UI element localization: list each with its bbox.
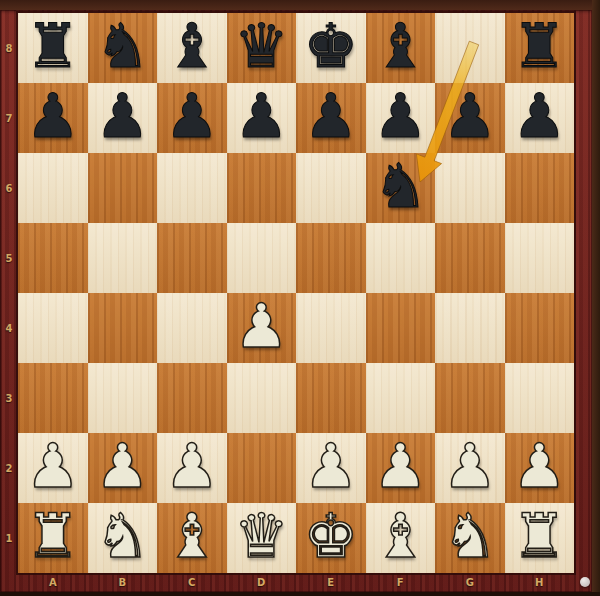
piece-white-bishop-c1[interactable]: ♝ [164, 501, 219, 571]
square-b1[interactable]: ♞ [88, 503, 158, 573]
square-a4[interactable] [18, 293, 88, 363]
square-h6[interactable] [505, 153, 575, 223]
piece-white-pawn-b2[interactable]: ♟ [95, 431, 150, 501]
square-h2[interactable]: ♟ [505, 433, 575, 503]
rank-label-4: 4 [0, 293, 18, 363]
square-h8[interactable]: ♜ [505, 13, 575, 83]
file-label-a: A [18, 573, 88, 592]
square-e5[interactable] [296, 223, 366, 293]
piece-white-rook-a1[interactable]: ♜ [25, 501, 80, 571]
rank-label-8: 8 [0, 13, 18, 83]
piece-white-pawn-f2[interactable]: ♟ [373, 431, 428, 501]
square-d5[interactable] [227, 223, 297, 293]
piece-white-rook-h1[interactable]: ♜ [512, 501, 567, 571]
file-labels: ABCDEFGH [18, 573, 574, 592]
piece-white-pawn-h2[interactable]: ♟ [512, 431, 567, 501]
piece-white-king-e1[interactable]: ♚ [303, 501, 358, 571]
square-f7[interactable]: ♟ [366, 83, 436, 153]
rank-labels: 87654321 [0, 13, 18, 573]
square-b6[interactable] [88, 153, 158, 223]
photo-edge-top [0, 0, 600, 10]
square-h3[interactable] [505, 363, 575, 433]
square-d7[interactable]: ♟ [227, 83, 297, 153]
square-a3[interactable] [18, 363, 88, 433]
square-g3[interactable] [435, 363, 505, 433]
square-h5[interactable] [505, 223, 575, 293]
piece-black-knight-f6[interactable]: ♞ [373, 151, 428, 221]
piece-white-queen-d1[interactable]: ♛ [234, 501, 289, 571]
square-d2[interactable] [227, 433, 297, 503]
piece-white-pawn-a2[interactable]: ♟ [25, 431, 80, 501]
rank-label-7: 7 [0, 83, 18, 153]
piece-black-pawn-c7[interactable]: ♟ [164, 81, 219, 151]
square-f6[interactable]: ♞ [366, 153, 436, 223]
square-b2[interactable]: ♟ [88, 433, 158, 503]
square-b8[interactable]: ♞ [88, 13, 158, 83]
piece-white-pawn-e2[interactable]: ♟ [303, 431, 358, 501]
file-label-d: D [227, 573, 297, 592]
square-g2[interactable]: ♟ [435, 433, 505, 503]
piece-black-pawn-g7[interactable]: ♟ [442, 81, 497, 151]
square-f4[interactable] [366, 293, 436, 363]
square-b7[interactable]: ♟ [88, 83, 158, 153]
file-label-e: E [296, 573, 366, 592]
piece-white-pawn-d4[interactable]: ♟ [234, 291, 289, 361]
square-c6[interactable] [157, 153, 227, 223]
square-a5[interactable] [18, 223, 88, 293]
corner-dot [580, 577, 590, 587]
rank-label-1: 1 [0, 503, 18, 573]
square-g6[interactable] [435, 153, 505, 223]
square-g5[interactable] [435, 223, 505, 293]
square-f1[interactable]: ♝ [366, 503, 436, 573]
piece-black-pawn-a7[interactable]: ♟ [25, 81, 80, 151]
piece-black-rook-h8[interactable]: ♜ [512, 11, 567, 81]
square-h7[interactable]: ♟ [505, 83, 575, 153]
piece-black-rook-a8[interactable]: ♜ [25, 11, 80, 81]
square-g1[interactable]: ♞ [435, 503, 505, 573]
rank-label-5: 5 [0, 223, 18, 293]
square-h4[interactable] [505, 293, 575, 363]
square-e6[interactable] [296, 153, 366, 223]
square-b4[interactable] [88, 293, 158, 363]
square-e2[interactable]: ♟ [296, 433, 366, 503]
square-d4[interactable]: ♟ [227, 293, 297, 363]
rank-label-2: 2 [0, 433, 18, 503]
piece-black-bishop-f8[interactable]: ♝ [373, 11, 428, 81]
rank-label-6: 6 [0, 153, 18, 223]
square-a7[interactable]: ♟ [18, 83, 88, 153]
square-a1[interactable]: ♜ [18, 503, 88, 573]
piece-black-king-e8[interactable]: ♚ [303, 11, 358, 81]
piece-black-pawn-b7[interactable]: ♟ [95, 81, 150, 151]
square-b3[interactable] [88, 363, 158, 433]
piece-white-knight-b1[interactable]: ♞ [95, 501, 150, 571]
file-label-h: H [505, 573, 575, 592]
square-e3[interactable] [296, 363, 366, 433]
square-c2[interactable]: ♟ [157, 433, 227, 503]
piece-white-pawn-g2[interactable]: ♟ [442, 431, 497, 501]
square-c7[interactable]: ♟ [157, 83, 227, 153]
square-e1[interactable]: ♚ [296, 503, 366, 573]
square-g7[interactable]: ♟ [435, 83, 505, 153]
board-grid: ♜♞♝♛♚♝♜♟♟♟♟♟♟♟♟♞♟♟♟♟♟♟♟♟♜♞♝♛♚♝♞♜ [18, 13, 574, 573]
square-c3[interactable] [157, 363, 227, 433]
piece-white-knight-g1[interactable]: ♞ [442, 501, 497, 571]
piece-black-pawn-e7[interactable]: ♟ [303, 81, 358, 151]
piece-black-pawn-f7[interactable]: ♟ [373, 81, 428, 151]
piece-black-queen-d8[interactable]: ♛ [234, 11, 289, 81]
file-label-c: C [157, 573, 227, 592]
photo-edge-bottom [0, 592, 600, 596]
photo-edge-right [592, 0, 600, 596]
square-f3[interactable] [366, 363, 436, 433]
square-c4[interactable] [157, 293, 227, 363]
square-a6[interactable] [18, 153, 88, 223]
piece-white-bishop-f1[interactable]: ♝ [373, 501, 428, 571]
piece-white-pawn-c2[interactable]: ♟ [164, 431, 219, 501]
square-d8[interactable]: ♛ [227, 13, 297, 83]
square-g8[interactable] [435, 13, 505, 83]
file-label-b: B [88, 573, 158, 592]
square-g4[interactable] [435, 293, 505, 363]
square-d3[interactable] [227, 363, 297, 433]
square-a8[interactable]: ♜ [18, 13, 88, 83]
square-f5[interactable] [366, 223, 436, 293]
square-b5[interactable] [88, 223, 158, 293]
square-c8[interactable]: ♝ [157, 13, 227, 83]
square-c1[interactable]: ♝ [157, 503, 227, 573]
square-e8[interactable]: ♚ [296, 13, 366, 83]
file-label-f: F [366, 573, 436, 592]
square-f2[interactable]: ♟ [366, 433, 436, 503]
piece-black-knight-b8[interactable]: ♞ [95, 11, 150, 81]
piece-black-pawn-d7[interactable]: ♟ [234, 81, 289, 151]
square-c5[interactable] [157, 223, 227, 293]
square-d6[interactable] [227, 153, 297, 223]
piece-black-bishop-c8[interactable]: ♝ [164, 11, 219, 81]
square-e4[interactable] [296, 293, 366, 363]
rank-label-3: 3 [0, 363, 18, 433]
square-f8[interactable]: ♝ [366, 13, 436, 83]
piece-black-pawn-h7[interactable]: ♟ [512, 81, 567, 151]
square-e7[interactable]: ♟ [296, 83, 366, 153]
square-a2[interactable]: ♟ [18, 433, 88, 503]
square-d1[interactable]: ♛ [227, 503, 297, 573]
file-label-g: G [435, 573, 505, 592]
square-h1[interactable]: ♜ [505, 503, 575, 573]
